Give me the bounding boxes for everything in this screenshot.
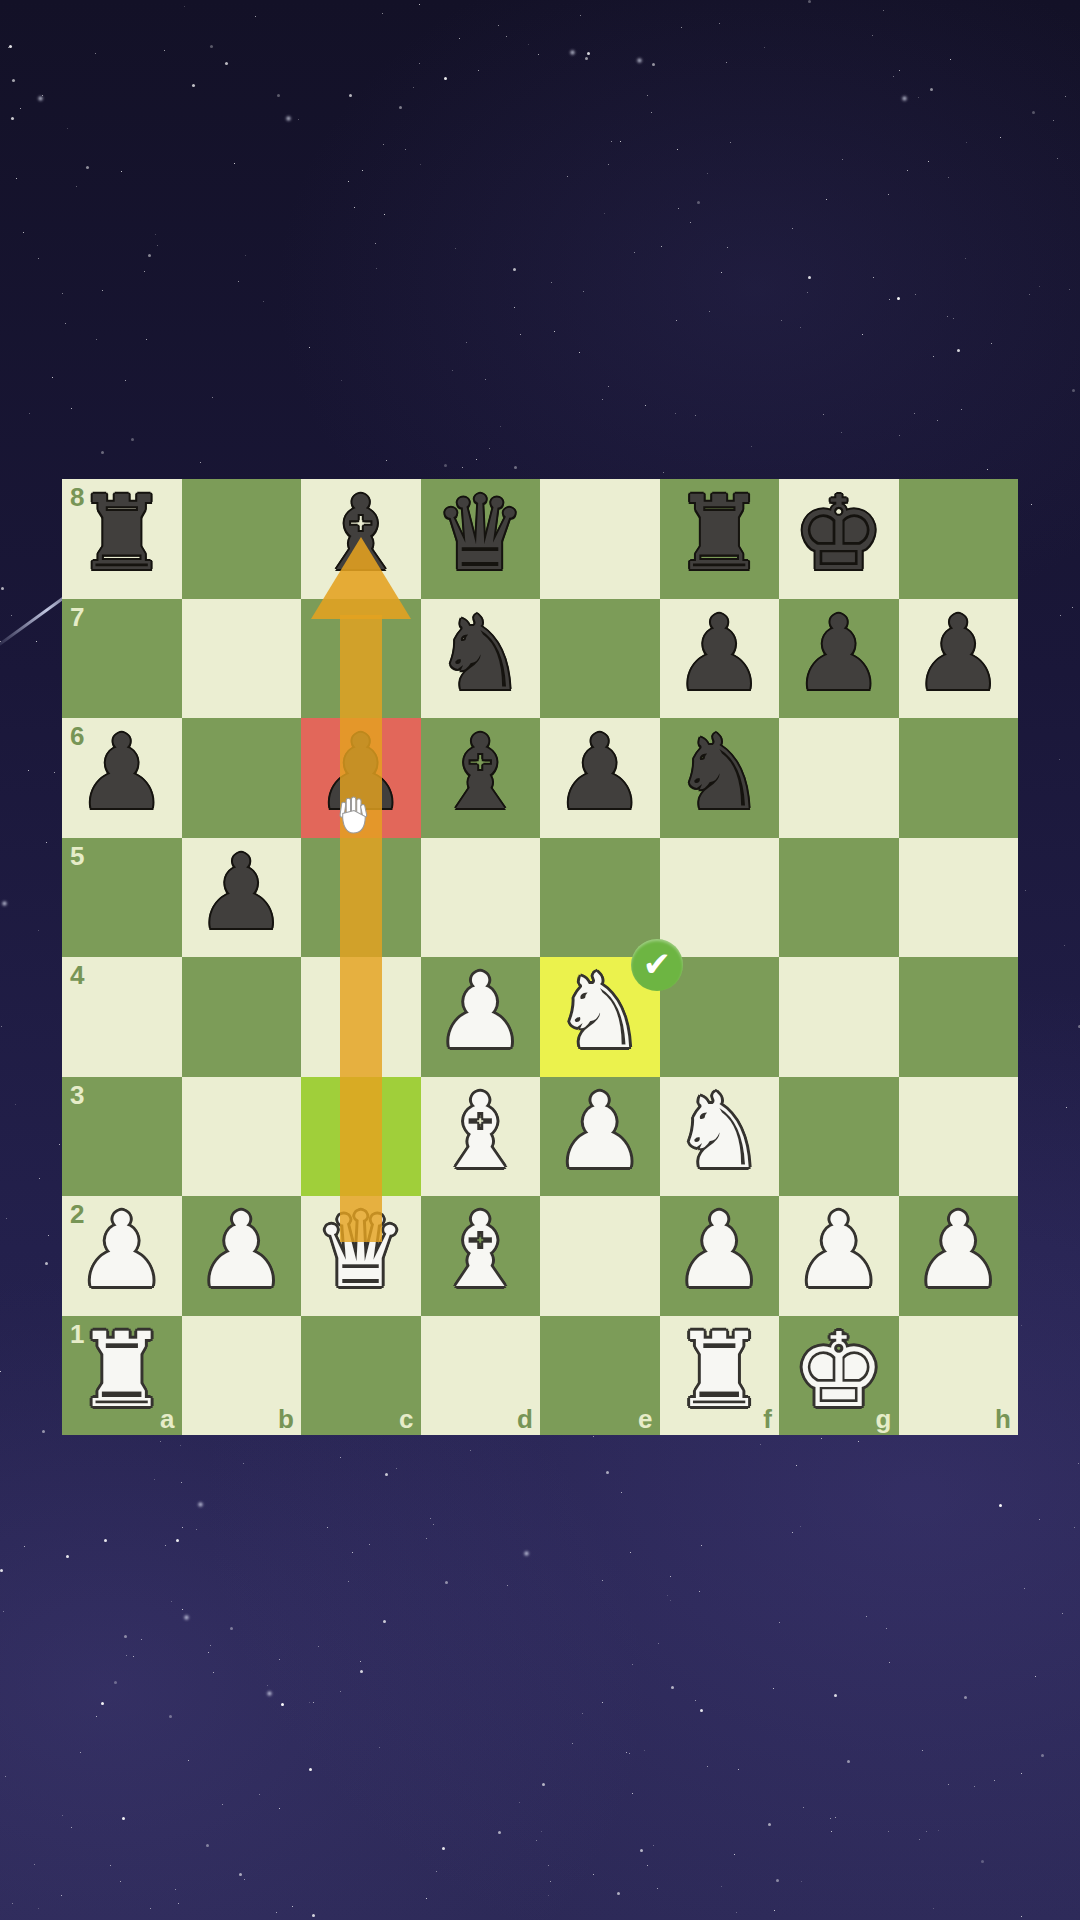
piece-white-bishop[interactable]: ♝: [421, 1191, 541, 1311]
piece-white-pawn[interactable]: ♟: [899, 1191, 1019, 1311]
piece-white-pawn[interactable]: ♟: [421, 952, 541, 1072]
square-a4[interactable]: 4: [62, 957, 182, 1077]
square-b1[interactable]: b: [182, 1316, 302, 1436]
square-g7[interactable]: ♟: [779, 599, 899, 719]
square-a5[interactable]: 5: [62, 838, 182, 958]
rank-label-6: 6: [70, 723, 84, 749]
square-c1[interactable]: c: [301, 1316, 421, 1436]
square-h6[interactable]: [899, 718, 1019, 838]
file-label-h: h: [995, 1406, 1011, 1432]
square-c3[interactable]: [301, 1077, 421, 1197]
piece-white-pawn[interactable]: ♟: [660, 1191, 780, 1311]
file-label-e: e: [638, 1406, 652, 1432]
square-d2[interactable]: ♝: [421, 1196, 541, 1316]
square-a8[interactable]: 8♜: [62, 479, 182, 599]
square-f8[interactable]: ♜: [660, 479, 780, 599]
piece-black-pawn[interactable]: ♟: [540, 713, 660, 833]
square-b7[interactable]: [182, 599, 302, 719]
rank-label-2: 2: [70, 1201, 84, 1227]
rank-label-4: 4: [70, 962, 84, 988]
square-d6[interactable]: ♝: [421, 718, 541, 838]
square-f2[interactable]: ♟: [660, 1196, 780, 1316]
file-label-c: c: [399, 1406, 413, 1432]
square-b6[interactable]: [182, 718, 302, 838]
square-h8[interactable]: [899, 479, 1019, 599]
piece-black-bishop[interactable]: ♝: [301, 474, 421, 594]
piece-black-bishop[interactable]: ♝: [421, 713, 541, 833]
square-d8[interactable]: ♛: [421, 479, 541, 599]
square-g6[interactable]: [779, 718, 899, 838]
square-g4[interactable]: [779, 957, 899, 1077]
square-e8[interactable]: [540, 479, 660, 599]
square-a6[interactable]: 6♟: [62, 718, 182, 838]
square-e3[interactable]: ♟: [540, 1077, 660, 1197]
piece-black-pawn[interactable]: ♟: [182, 833, 302, 953]
square-a1[interactable]: 1a♜: [62, 1316, 182, 1436]
square-c5[interactable]: [301, 838, 421, 958]
hand-cursor-icon: [336, 795, 372, 835]
square-d5[interactable]: [421, 838, 541, 958]
piece-black-rook[interactable]: ♜: [660, 474, 780, 594]
square-f3[interactable]: ♞: [660, 1077, 780, 1197]
square-b3[interactable]: [182, 1077, 302, 1197]
square-d3[interactable]: ♝: [421, 1077, 541, 1197]
piece-white-knight[interactable]: ♞: [660, 1072, 780, 1192]
piece-black-knight[interactable]: ♞: [421, 594, 541, 714]
rank-label-3: 3: [70, 1082, 84, 1108]
piece-white-pawn[interactable]: ♟: [182, 1191, 302, 1311]
square-a2[interactable]: 2♟: [62, 1196, 182, 1316]
piece-white-queen[interactable]: ♛: [301, 1191, 421, 1311]
checkmark-icon: ✔: [643, 947, 672, 981]
rank-label-5: 5: [70, 843, 84, 869]
square-g5[interactable]: [779, 838, 899, 958]
piece-black-pawn[interactable]: ♟: [660, 594, 780, 714]
square-h4[interactable]: [899, 957, 1019, 1077]
square-a3[interactable]: 3: [62, 1077, 182, 1197]
piece-black-queen[interactable]: ♛: [421, 474, 541, 594]
piece-black-pawn[interactable]: ♟: [779, 594, 899, 714]
square-b8[interactable]: [182, 479, 302, 599]
file-label-g: g: [876, 1406, 892, 1432]
square-d1[interactable]: d: [421, 1316, 541, 1436]
piece-black-pawn[interactable]: ♟: [899, 594, 1019, 714]
square-h5[interactable]: [899, 838, 1019, 958]
file-label-d: d: [517, 1406, 533, 1432]
square-f1[interactable]: f♜: [660, 1316, 780, 1436]
square-g8[interactable]: ♚: [779, 479, 899, 599]
correct-move-badge: ✔: [631, 939, 683, 991]
square-b5[interactable]: ♟: [182, 838, 302, 958]
square-b2[interactable]: ♟: [182, 1196, 302, 1316]
square-h3[interactable]: [899, 1077, 1019, 1197]
piece-black-knight[interactable]: ♞: [660, 713, 780, 833]
square-d7[interactable]: ♞: [421, 599, 541, 719]
square-h2[interactable]: ♟: [899, 1196, 1019, 1316]
square-b4[interactable]: [182, 957, 302, 1077]
piece-white-pawn[interactable]: ♟: [540, 1072, 660, 1192]
square-e7[interactable]: [540, 599, 660, 719]
square-g3[interactable]: [779, 1077, 899, 1197]
square-a7[interactable]: 7: [62, 599, 182, 719]
rank-label-1: 1: [70, 1321, 84, 1347]
file-label-b: b: [278, 1406, 294, 1432]
square-c7[interactable]: [301, 599, 421, 719]
piece-white-rook[interactable]: ♜: [660, 1311, 780, 1431]
square-e5[interactable]: [540, 838, 660, 958]
square-c4[interactable]: [301, 957, 421, 1077]
chess-board[interactable]: 8♜♝♛♜♚7♞♟♟♟6♟♟♝♟♞5♟4♟♞3♝♟♞2♟♟♛♝♟♟♟1a♜bcd…: [62, 479, 1018, 1435]
square-d4[interactable]: ♟: [421, 957, 541, 1077]
square-e1[interactable]: e: [540, 1316, 660, 1436]
square-c8[interactable]: ♝: [301, 479, 421, 599]
piece-black-king[interactable]: ♚: [779, 474, 899, 594]
square-h1[interactable]: h: [899, 1316, 1019, 1436]
file-label-a: a: [160, 1406, 174, 1432]
square-g2[interactable]: ♟: [779, 1196, 899, 1316]
square-c2[interactable]: ♛: [301, 1196, 421, 1316]
square-g1[interactable]: g♚: [779, 1316, 899, 1436]
rank-label-7: 7: [70, 604, 84, 630]
rank-label-8: 8: [70, 484, 84, 510]
square-f7[interactable]: ♟: [660, 599, 780, 719]
square-e2[interactable]: [540, 1196, 660, 1316]
file-label-f: f: [763, 1406, 772, 1432]
highlight-c3: [301, 1077, 421, 1197]
square-f6[interactable]: ♞: [660, 718, 780, 838]
square-e6[interactable]: ♟: [540, 718, 660, 838]
square-h7[interactable]: ♟: [899, 599, 1019, 719]
square-f5[interactable]: [660, 838, 780, 958]
piece-white-pawn[interactable]: ♟: [779, 1191, 899, 1311]
piece-white-bishop[interactable]: ♝: [421, 1072, 541, 1192]
star-field-bright: [0, 0, 1, 1]
